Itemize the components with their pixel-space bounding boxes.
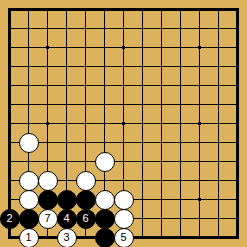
board-cell (209, 19, 228, 38)
board-cell (209, 171, 228, 190)
white-stone: 5 (114, 228, 134, 247)
board-cell (19, 171, 38, 190)
board-cell (57, 171, 76, 190)
board-cell (76, 95, 95, 114)
board-cell (95, 190, 114, 209)
board-cell (0, 228, 19, 247)
board-cell (190, 0, 209, 19)
board-cell (38, 114, 57, 133)
board-cell (152, 190, 171, 209)
white-stone (19, 171, 39, 191)
board-cell (209, 133, 228, 152)
board-cell (0, 0, 19, 19)
board-cell (57, 0, 76, 19)
board-cell (190, 38, 209, 57)
black-stone: 6 (76, 209, 96, 229)
board-cell (228, 0, 247, 19)
board-cell (95, 209, 114, 228)
board-cell (190, 152, 209, 171)
board-cell: 6 (76, 209, 95, 228)
board-cell (228, 38, 247, 57)
board-cell (190, 190, 209, 209)
board-cell: 7 (38, 209, 57, 228)
board-cell (152, 0, 171, 19)
move-number-label: 7 (44, 213, 50, 224)
board-cells: 2746135 (0, 0, 247, 247)
board-cell: 1 (19, 228, 38, 247)
board-cell (171, 133, 190, 152)
board-cell (76, 190, 95, 209)
board-cell (133, 171, 152, 190)
move-number-label: 5 (120, 232, 126, 243)
board-cell (171, 171, 190, 190)
board-cell (228, 57, 247, 76)
board-cell (0, 152, 19, 171)
board-cell (57, 19, 76, 38)
board-cell (152, 38, 171, 57)
board-cell (171, 76, 190, 95)
move-number-label: 2 (6, 213, 12, 224)
board-cell (209, 209, 228, 228)
board-cell: 3 (57, 228, 76, 247)
board-cell (152, 209, 171, 228)
board-cell (133, 133, 152, 152)
board-cell (0, 76, 19, 95)
board-cell (133, 114, 152, 133)
board-cell (152, 114, 171, 133)
board-cell (152, 19, 171, 38)
board-cell (228, 209, 247, 228)
board-cell (76, 76, 95, 95)
board-cell (38, 0, 57, 19)
board-cell (0, 190, 19, 209)
board-cell (19, 57, 38, 76)
board-cell (57, 95, 76, 114)
board-cell (171, 114, 190, 133)
board-cell (95, 38, 114, 57)
board-cell (171, 0, 190, 19)
move-number-label: 4 (63, 213, 69, 224)
board-cell (133, 95, 152, 114)
white-stone (95, 190, 115, 210)
board-cell (19, 209, 38, 228)
board-cell (57, 38, 76, 57)
board-cell (95, 57, 114, 76)
board-cell (19, 190, 38, 209)
black-stone (95, 228, 115, 247)
board-cell (76, 38, 95, 57)
black-stone: 4 (57, 209, 77, 229)
white-stone (114, 190, 134, 210)
black-stone (76, 190, 96, 210)
board-cell (0, 114, 19, 133)
board-cell (133, 228, 152, 247)
white-stone: 7 (38, 209, 58, 229)
board-cell (171, 209, 190, 228)
board-cell (38, 133, 57, 152)
board-cell (57, 152, 76, 171)
board-cell (190, 57, 209, 76)
board-cell (0, 133, 19, 152)
board-cell (38, 76, 57, 95)
board-cell (57, 76, 76, 95)
board-cell (0, 57, 19, 76)
board-cell (19, 0, 38, 19)
board-cell (38, 152, 57, 171)
board-cell (209, 38, 228, 57)
board-cell (209, 95, 228, 114)
board-cell (114, 38, 133, 57)
board-cell (209, 228, 228, 247)
board-cell (38, 57, 57, 76)
board-cell (0, 171, 19, 190)
board-cell (190, 19, 209, 38)
board-cell: 2 (0, 209, 19, 228)
board-cell (209, 152, 228, 171)
board-cell (95, 228, 114, 247)
move-number-label: 6 (82, 213, 88, 224)
board-cell (114, 0, 133, 19)
board-cell (0, 38, 19, 57)
board-cell (114, 152, 133, 171)
board-cell (152, 228, 171, 247)
board-cell (133, 152, 152, 171)
white-stone (76, 171, 96, 191)
board-cell (228, 114, 247, 133)
board-cell (133, 209, 152, 228)
board-cell (76, 171, 95, 190)
board-cell (19, 133, 38, 152)
board-cell (152, 76, 171, 95)
board-cell: 4 (57, 209, 76, 228)
board-cell (114, 171, 133, 190)
board-cell (133, 19, 152, 38)
board-cell (95, 76, 114, 95)
board-cell (114, 114, 133, 133)
board-cell (0, 95, 19, 114)
board-cell (114, 190, 133, 209)
board-cell (228, 133, 247, 152)
board-cell (209, 76, 228, 95)
board-cell (76, 19, 95, 38)
board-cell (152, 57, 171, 76)
white-stone (19, 133, 39, 153)
board-cell: 5 (114, 228, 133, 247)
board-cell (19, 152, 38, 171)
board-cell (19, 38, 38, 57)
board-cell (133, 0, 152, 19)
board-cell (38, 171, 57, 190)
board-cell (171, 95, 190, 114)
board-cell (19, 76, 38, 95)
board-cell (190, 114, 209, 133)
white-stone (19, 190, 39, 210)
board-cell (133, 190, 152, 209)
board-cell (114, 209, 133, 228)
board-cell (95, 114, 114, 133)
board-cell (209, 57, 228, 76)
board-cell (228, 228, 247, 247)
board-cell (228, 152, 247, 171)
board-cell (76, 0, 95, 19)
move-number-label: 3 (63, 232, 69, 243)
board-cell (76, 57, 95, 76)
board-cell (209, 114, 228, 133)
board-cell (228, 190, 247, 209)
board-cell (57, 133, 76, 152)
board-cell (19, 95, 38, 114)
white-stone (95, 152, 115, 172)
board-cell (95, 133, 114, 152)
board-cell (0, 19, 19, 38)
black-stone (19, 209, 39, 229)
board-cell (95, 0, 114, 19)
black-stone (57, 190, 77, 210)
board-cell (228, 171, 247, 190)
board-cell (19, 114, 38, 133)
board-cell (209, 0, 228, 19)
board-cell (76, 133, 95, 152)
board-cell (152, 95, 171, 114)
black-stone: 2 (0, 209, 20, 229)
go-board: 2746135 (0, 0, 247, 247)
board-cell (95, 19, 114, 38)
board-cell (38, 190, 57, 209)
board-cell (171, 38, 190, 57)
board-cell (38, 38, 57, 57)
board-cell (76, 228, 95, 247)
board-cell (171, 57, 190, 76)
board-cell (171, 190, 190, 209)
board-cell (114, 57, 133, 76)
board-cell (133, 38, 152, 57)
white-stone: 1 (19, 228, 39, 247)
board-cell (76, 114, 95, 133)
board-cell (228, 19, 247, 38)
board-cell (57, 114, 76, 133)
board-cell (76, 152, 95, 171)
board-cell (95, 152, 114, 171)
board-cell (171, 228, 190, 247)
white-stone (38, 171, 58, 191)
board-cell (190, 228, 209, 247)
board-cell (57, 57, 76, 76)
white-stone (114, 209, 134, 229)
board-cell (19, 19, 38, 38)
board-cell (114, 76, 133, 95)
board-cell (114, 19, 133, 38)
move-number-label: 1 (25, 232, 31, 243)
board-cell (38, 228, 57, 247)
board-cell (57, 190, 76, 209)
board-cell (95, 95, 114, 114)
board-cell (95, 171, 114, 190)
board-cell (133, 57, 152, 76)
board-cell (171, 19, 190, 38)
board-cell (171, 152, 190, 171)
board-cell (114, 133, 133, 152)
board-cell (114, 95, 133, 114)
board-cell (133, 76, 152, 95)
board-cell (38, 95, 57, 114)
board-cell (228, 76, 247, 95)
white-stone: 3 (57, 228, 77, 247)
board-cell (190, 209, 209, 228)
board-cell (209, 190, 228, 209)
board-cell (190, 76, 209, 95)
board-cell (190, 133, 209, 152)
board-cell (190, 171, 209, 190)
black-stone (38, 190, 58, 210)
board-cell (228, 95, 247, 114)
board-cell (152, 171, 171, 190)
board-cell (190, 95, 209, 114)
board-cell (152, 133, 171, 152)
black-stone (95, 209, 115, 229)
board-cell (152, 152, 171, 171)
board-cell (38, 19, 57, 38)
